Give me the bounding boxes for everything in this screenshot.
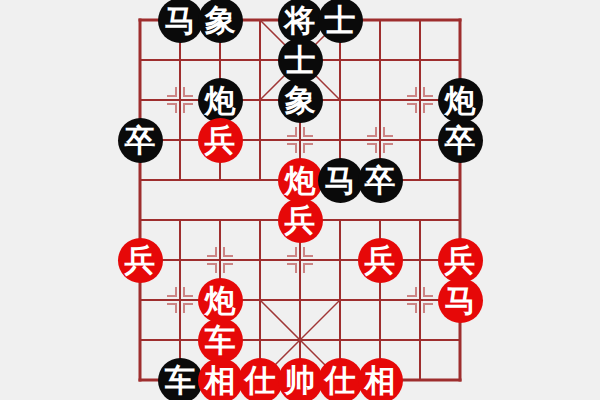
piece-black-cannon[interactable]: 炮: [198, 78, 243, 123]
xiangqi-board[interactable]: 马象将士士炮象炮卒兵卒炮马卒兵兵兵兵炮马车车相仕帅仕相: [0, 0, 600, 400]
piece-red-soldier[interactable]: 兵: [358, 238, 403, 283]
piece-black-chariot[interactable]: 车: [158, 358, 203, 400]
pieces-layer: 马象将士士炮象炮卒兵卒炮马卒兵兵兵兵炮马车车相仕帅仕相: [0, 0, 600, 400]
piece-red-chariot[interactable]: 车: [198, 318, 243, 363]
piece-red-advisor[interactable]: 仕: [238, 358, 283, 400]
piece-red-soldier[interactable]: 兵: [438, 238, 483, 283]
piece-black-soldier[interactable]: 卒: [358, 158, 403, 203]
piece-black-elephant[interactable]: 象: [278, 78, 323, 123]
piece-red-soldier[interactable]: 兵: [118, 238, 163, 283]
piece-black-horse[interactable]: 马: [318, 158, 363, 203]
piece-black-advisor[interactable]: 士: [278, 38, 323, 83]
piece-red-elephant[interactable]: 相: [358, 358, 403, 400]
piece-black-advisor[interactable]: 士: [318, 0, 363, 43]
piece-black-general[interactable]: 将: [278, 0, 323, 43]
piece-black-soldier[interactable]: 卒: [438, 118, 483, 163]
piece-black-horse[interactable]: 马: [158, 0, 203, 43]
piece-red-advisor[interactable]: 仕: [318, 358, 363, 400]
piece-black-cannon[interactable]: 炮: [438, 78, 483, 123]
piece-red-soldier[interactable]: 兵: [198, 118, 243, 163]
piece-black-elephant[interactable]: 象: [198, 0, 243, 43]
piece-black-soldier[interactable]: 卒: [118, 118, 163, 163]
piece-red-soldier[interactable]: 兵: [278, 198, 323, 243]
piece-red-cannon[interactable]: 炮: [198, 278, 243, 323]
piece-red-cannon[interactable]: 炮: [278, 158, 323, 203]
piece-red-general[interactable]: 帅: [278, 358, 323, 400]
piece-red-elephant[interactable]: 相: [198, 358, 243, 400]
piece-red-horse[interactable]: 马: [438, 278, 483, 323]
